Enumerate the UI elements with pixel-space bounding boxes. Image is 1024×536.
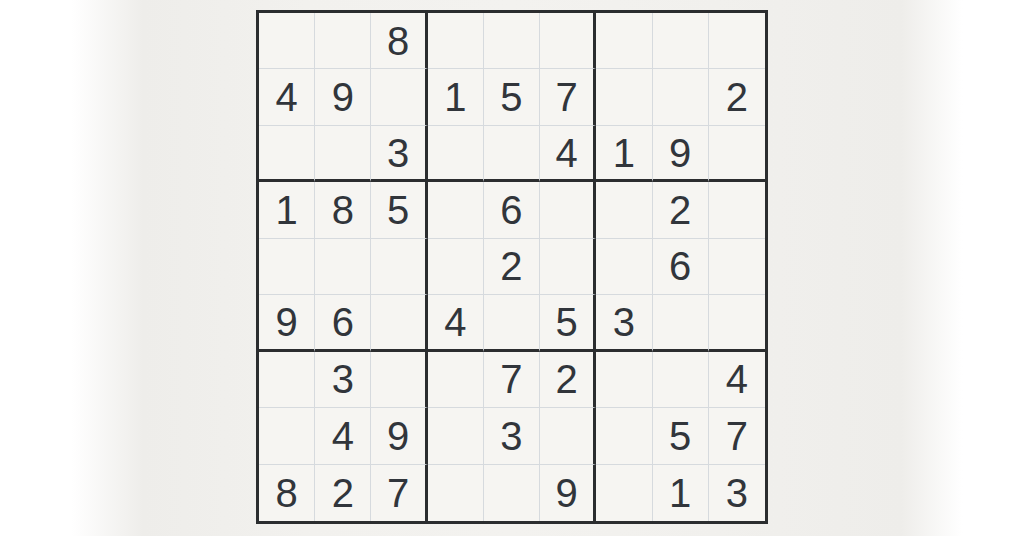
cell-r1c6[interactable]	[540, 13, 596, 69]
cell-r9c4[interactable]	[428, 465, 484, 521]
cell-r8c8[interactable]: 5	[653, 408, 709, 464]
cell-r3c9[interactable]	[709, 126, 765, 182]
cell-r4c9[interactable]	[709, 182, 765, 238]
cell-r5c1[interactable]	[259, 239, 315, 295]
cell-r6c4[interactable]: 4	[428, 295, 484, 351]
cell-r8c2[interactable]: 4	[315, 408, 371, 464]
cell-r5c6[interactable]	[540, 239, 596, 295]
sudoku-board: 84915723419185622696453372449357827913	[256, 10, 768, 524]
cell-r3c2[interactable]	[315, 126, 371, 182]
cell-r1c4[interactable]	[428, 13, 484, 69]
paper-background: 84915723419185622696453372449357827913	[0, 0, 1024, 536]
cell-r2c1[interactable]: 4	[259, 69, 315, 125]
cell-r3c5[interactable]	[484, 126, 540, 182]
cell-r5c5[interactable]: 2	[484, 239, 540, 295]
cell-r3c8[interactable]: 9	[653, 126, 709, 182]
cell-r5c3[interactable]	[371, 239, 427, 295]
cell-r4c4[interactable]	[428, 182, 484, 238]
cell-r4c5[interactable]: 6	[484, 182, 540, 238]
cell-r9c1[interactable]: 8	[259, 465, 315, 521]
cell-r6c8[interactable]	[653, 295, 709, 351]
cell-r2c4[interactable]: 1	[428, 69, 484, 125]
cell-r8c9[interactable]: 7	[709, 408, 765, 464]
cell-r2c3[interactable]	[371, 69, 427, 125]
cell-r4c2[interactable]: 8	[315, 182, 371, 238]
cell-r8c5[interactable]: 3	[484, 408, 540, 464]
cell-r1c8[interactable]	[653, 13, 709, 69]
cell-r8c7[interactable]	[596, 408, 652, 464]
cell-r1c5[interactable]	[484, 13, 540, 69]
cell-r1c3[interactable]: 8	[371, 13, 427, 69]
cell-r1c7[interactable]	[596, 13, 652, 69]
cell-r4c7[interactable]	[596, 182, 652, 238]
cell-r5c8[interactable]: 6	[653, 239, 709, 295]
cell-r7c4[interactable]	[428, 352, 484, 408]
cell-r9c6[interactable]: 9	[540, 465, 596, 521]
cell-r9c2[interactable]: 2	[315, 465, 371, 521]
cell-r7c2[interactable]: 3	[315, 352, 371, 408]
cell-r3c6[interactable]: 4	[540, 126, 596, 182]
cell-r5c4[interactable]	[428, 239, 484, 295]
cell-r8c6[interactable]	[540, 408, 596, 464]
cell-r3c3[interactable]: 3	[371, 126, 427, 182]
cell-r9c3[interactable]: 7	[371, 465, 427, 521]
cell-r2c2[interactable]: 9	[315, 69, 371, 125]
cell-r6c7[interactable]: 3	[596, 295, 652, 351]
cell-r5c7[interactable]	[596, 239, 652, 295]
cell-r9c5[interactable]	[484, 465, 540, 521]
cell-r1c1[interactable]	[259, 13, 315, 69]
cell-r2c8[interactable]	[653, 69, 709, 125]
cell-r3c1[interactable]	[259, 126, 315, 182]
cell-r6c3[interactable]	[371, 295, 427, 351]
cell-r9c7[interactable]	[596, 465, 652, 521]
cell-r7c3[interactable]	[371, 352, 427, 408]
cell-r3c4[interactable]	[428, 126, 484, 182]
cell-r7c7[interactable]	[596, 352, 652, 408]
cell-r2c5[interactable]: 5	[484, 69, 540, 125]
cell-r6c1[interactable]: 9	[259, 295, 315, 351]
cell-r4c1[interactable]: 1	[259, 182, 315, 238]
cell-r6c5[interactable]	[484, 295, 540, 351]
cell-r2c6[interactable]: 7	[540, 69, 596, 125]
cell-r7c9[interactable]: 4	[709, 352, 765, 408]
cell-r4c6[interactable]	[540, 182, 596, 238]
cell-r9c8[interactable]: 1	[653, 465, 709, 521]
cell-r4c8[interactable]: 2	[653, 182, 709, 238]
cell-r5c9[interactable]	[709, 239, 765, 295]
cell-r8c1[interactable]	[259, 408, 315, 464]
cell-r7c1[interactable]	[259, 352, 315, 408]
cell-r7c8[interactable]	[653, 352, 709, 408]
cell-r6c2[interactable]: 6	[315, 295, 371, 351]
cell-r2c7[interactable]	[596, 69, 652, 125]
cell-r6c9[interactable]	[709, 295, 765, 351]
cell-r2c9[interactable]: 2	[709, 69, 765, 125]
cell-r9c9[interactable]: 3	[709, 465, 765, 521]
cell-r8c3[interactable]: 9	[371, 408, 427, 464]
cell-r4c3[interactable]: 5	[371, 182, 427, 238]
cell-r5c2[interactable]	[315, 239, 371, 295]
cell-r3c7[interactable]: 1	[596, 126, 652, 182]
cell-r1c9[interactable]	[709, 13, 765, 69]
cell-r7c5[interactable]: 7	[484, 352, 540, 408]
cell-r8c4[interactable]	[428, 408, 484, 464]
cell-r7c6[interactable]: 2	[540, 352, 596, 408]
cell-r1c2[interactable]	[315, 13, 371, 69]
cell-r6c6[interactable]: 5	[540, 295, 596, 351]
